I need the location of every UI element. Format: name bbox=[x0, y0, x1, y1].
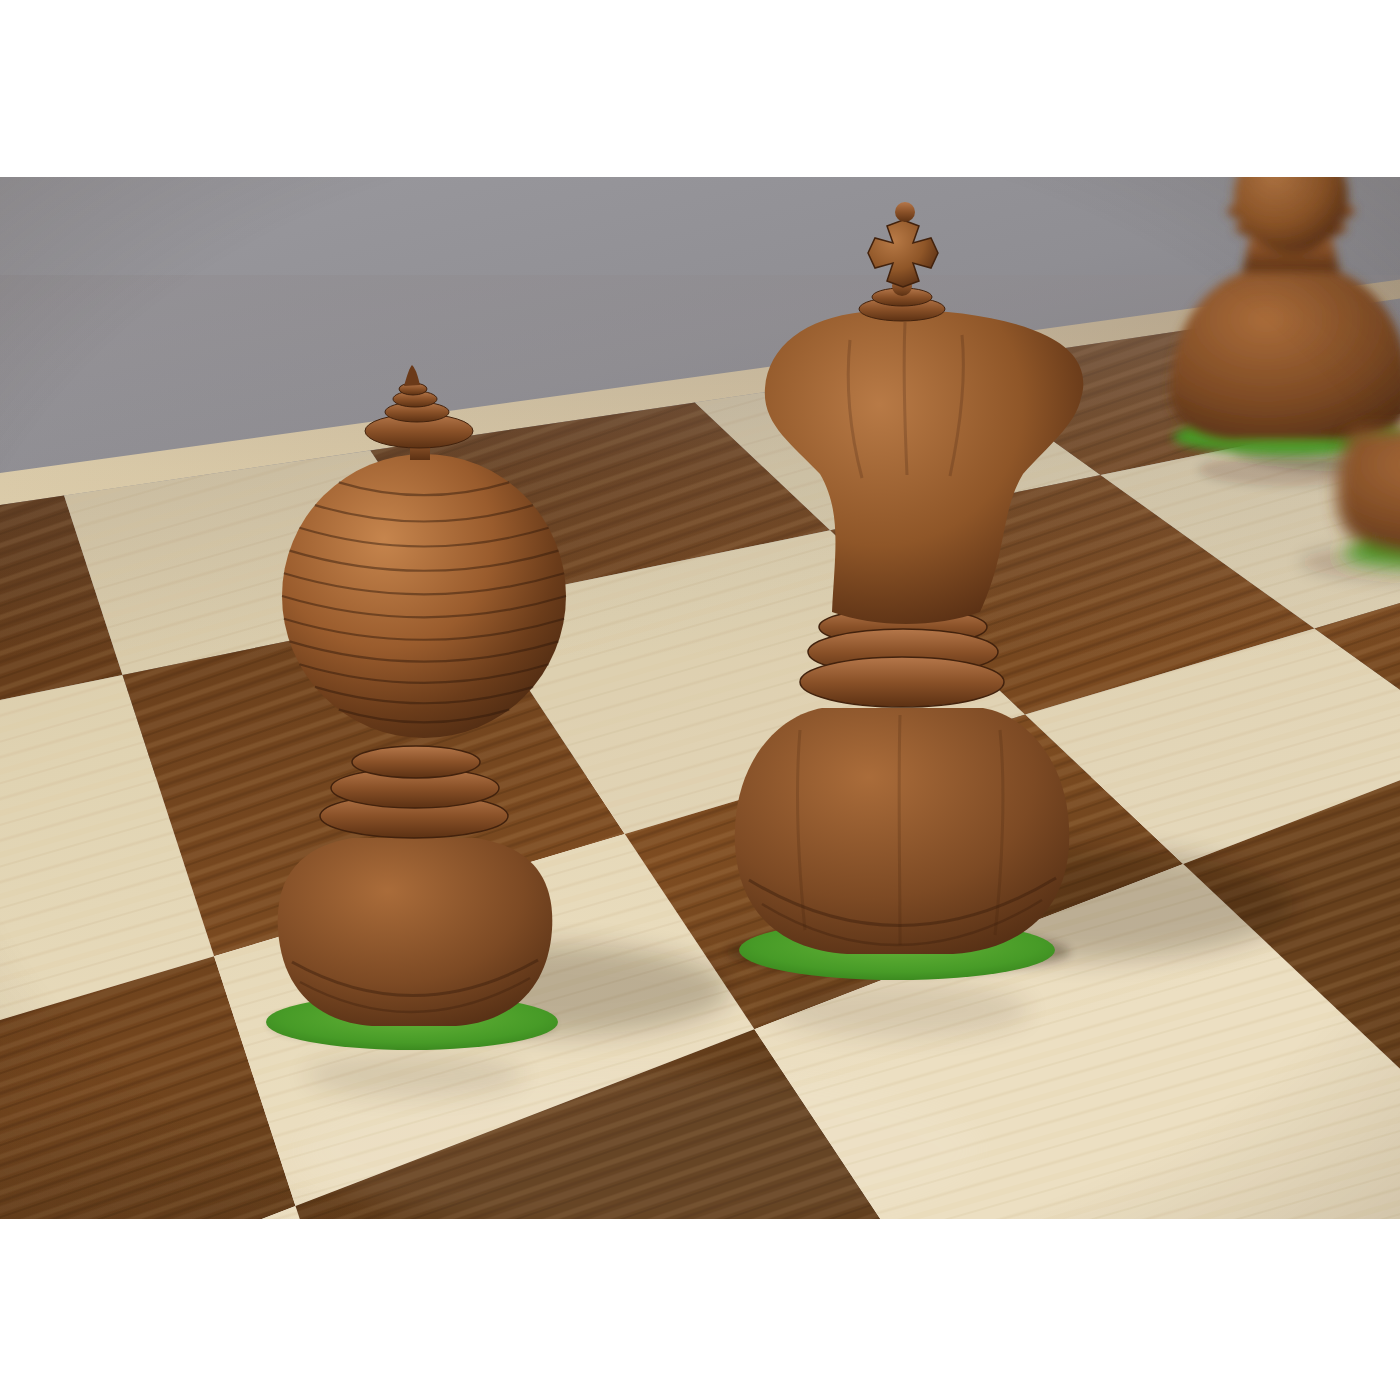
frame-bottom-band bbox=[0, 1219, 1400, 1400]
vignette-overlay bbox=[0, 177, 1400, 1219]
chess-photo-scene: blurred pawn on f6 blurred pawn on f5, c… bbox=[0, 0, 1400, 1400]
product-photo-stage: blurred pawn on f6 blurred pawn on f5, c… bbox=[0, 0, 1400, 1400]
frame-top-band bbox=[0, 0, 1400, 177]
